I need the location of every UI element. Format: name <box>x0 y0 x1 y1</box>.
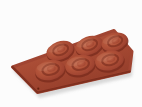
product-photo <box>0 0 142 107</box>
mold-illustration <box>0 0 142 107</box>
hanging-hole <box>37 88 39 90</box>
